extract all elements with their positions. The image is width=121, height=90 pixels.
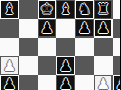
black-bishop[interactable]: ♝: [1, 1, 18, 18]
square-g6[interactable]: [113, 38, 121, 57]
black-pawn[interactable]: ♟: [114, 76, 120, 90]
square-f6[interactable]: [94, 38, 113, 57]
square-a4[interactable]: ♟: [0, 75, 19, 90]
square-e4[interactable]: [75, 75, 94, 90]
square-f5[interactable]: [94, 56, 113, 75]
square-c8[interactable]: ♚: [38, 0, 57, 19]
black-pawn[interactable]: ♟: [76, 20, 93, 37]
square-e8[interactable]: ♞: [75, 0, 94, 19]
square-b5[interactable]: [19, 56, 38, 75]
square-c6[interactable]: [38, 38, 57, 57]
square-g8[interactable]: [113, 0, 121, 19]
square-c5[interactable]: [38, 56, 57, 75]
square-a5[interactable]: ♟: [0, 56, 19, 75]
square-a6[interactable]: [0, 38, 19, 57]
square-b6[interactable]: [19, 38, 38, 57]
black-king[interactable]: ♚: [39, 1, 56, 18]
square-f7[interactable]: ♟: [94, 19, 113, 38]
square-a8[interactable]: ♝: [0, 0, 19, 19]
square-f8[interactable]: ♜: [94, 0, 113, 19]
black-knight[interactable]: ♞: [76, 1, 93, 18]
square-d4[interactable]: ♟: [56, 75, 75, 90]
black-pawn[interactable]: ♟: [57, 76, 74, 90]
white-pawn[interactable]: ♟: [95, 76, 112, 90]
white-pawn[interactable]: ♟: [1, 57, 18, 74]
chessboard-screenshot: ♝♚♝♞♜♟♟♟♟♟♟♟♟♟: [0, 0, 120, 90]
square-c7[interactable]: ♟: [38, 19, 57, 38]
square-e5[interactable]: [75, 56, 94, 75]
square-f4[interactable]: ♟: [94, 75, 113, 90]
square-b4[interactable]: [19, 75, 38, 90]
square-g7[interactable]: [113, 19, 121, 38]
square-d8[interactable]: ♝: [56, 0, 75, 19]
black-pawn[interactable]: ♟: [95, 20, 112, 37]
black-bishop[interactable]: ♝: [57, 1, 74, 18]
black-pawn[interactable]: ♟: [39, 20, 56, 37]
square-b7[interactable]: [19, 19, 38, 38]
square-e7[interactable]: ♟: [75, 19, 94, 38]
square-c4[interactable]: [38, 75, 57, 90]
square-d6[interactable]: [56, 38, 75, 57]
square-g4[interactable]: ♟: [113, 75, 121, 90]
square-a7[interactable]: [0, 19, 19, 38]
black-pawn[interactable]: ♟: [57, 57, 74, 74]
square-d7[interactable]: [56, 19, 75, 38]
black-rook[interactable]: ♜: [95, 1, 112, 18]
square-g5[interactable]: [113, 56, 121, 75]
chess-board: ♝♚♝♞♜♟♟♟♟♟♟♟♟♟: [0, 0, 120, 90]
square-d5[interactable]: ♟: [56, 56, 75, 75]
square-e6[interactable]: [75, 38, 94, 57]
black-pawn[interactable]: ♟: [1, 76, 18, 90]
square-b8[interactable]: [19, 0, 38, 19]
